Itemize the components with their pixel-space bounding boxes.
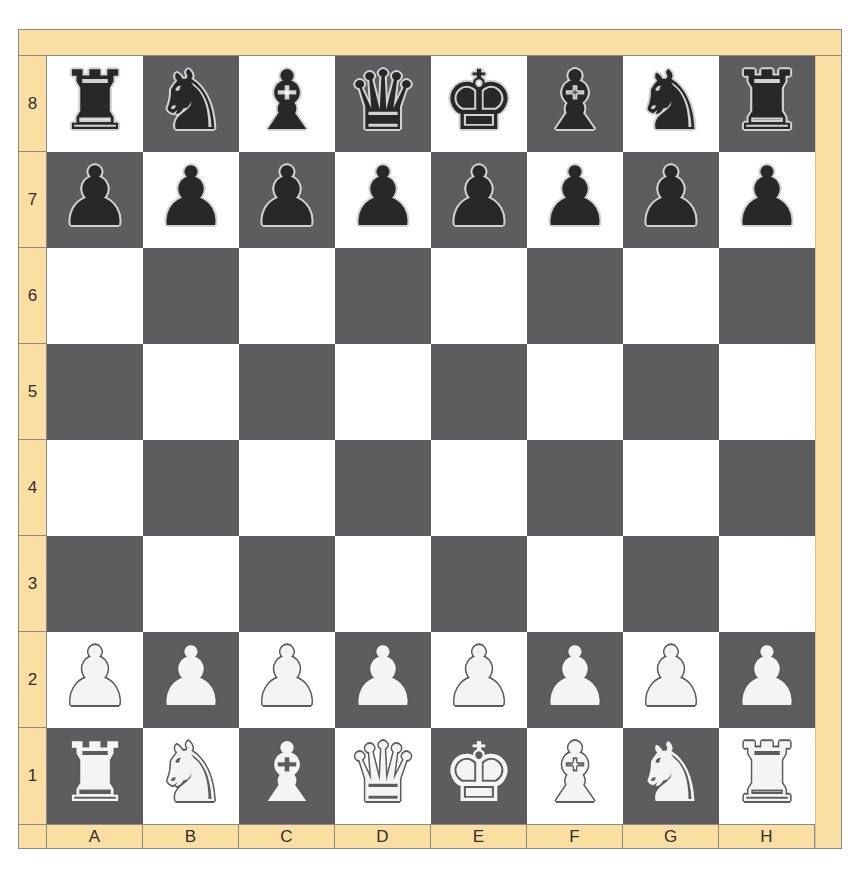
square-e3[interactable] (431, 536, 527, 632)
rank-label-6: 6 (19, 248, 46, 344)
black-knight-g8[interactable]: ♞ (623, 56, 719, 152)
square-a6[interactable] (47, 248, 143, 344)
square-c3[interactable] (239, 536, 335, 632)
rank-label-7: 7 (19, 152, 46, 248)
black-bishop-f8[interactable]: ♝ (527, 56, 623, 152)
file-label-c: C (239, 825, 335, 848)
file-labels: ABCDEFGH (47, 824, 815, 848)
square-a1[interactable]: ♜ (47, 728, 143, 824)
black-pawn-d7[interactable]: ♟ (335, 152, 431, 248)
white-rook-h1[interactable]: ♜ (719, 728, 815, 824)
square-d3[interactable] (335, 536, 431, 632)
square-g7[interactable]: ♟ (623, 152, 719, 248)
square-d5[interactable] (335, 344, 431, 440)
square-h2[interactable]: ♟ (719, 632, 815, 728)
square-h1[interactable]: ♜ (719, 728, 815, 824)
black-rook-h8[interactable]: ♜ (719, 56, 815, 152)
file-label-e: E (431, 825, 527, 848)
square-b4[interactable] (143, 440, 239, 536)
square-g2[interactable]: ♟ (623, 632, 719, 728)
rank-label-4: 4 (19, 440, 46, 536)
square-e2[interactable]: ♟ (431, 632, 527, 728)
file-label-g: G (623, 825, 719, 848)
square-f6[interactable] (527, 248, 623, 344)
black-pawn-h7[interactable]: ♟ (719, 152, 815, 248)
square-g6[interactable] (623, 248, 719, 344)
square-a8[interactable]: ♜ (47, 56, 143, 152)
square-e5[interactable] (431, 344, 527, 440)
square-c7[interactable]: ♟ (239, 152, 335, 248)
file-label-d: D (335, 825, 431, 848)
square-f4[interactable] (527, 440, 623, 536)
black-pawn-c7[interactable]: ♟ (239, 152, 335, 248)
square-a5[interactable] (47, 344, 143, 440)
square-g4[interactable] (623, 440, 719, 536)
square-d2[interactable]: ♟ (335, 632, 431, 728)
square-c5[interactable] (239, 344, 335, 440)
square-b2[interactable]: ♟ (143, 632, 239, 728)
square-g8[interactable]: ♞ (623, 56, 719, 152)
white-pawn-b2[interactable]: ♟ (143, 632, 239, 728)
square-h4[interactable] (719, 440, 815, 536)
chess-app-window: 87654321 ♜♞♝♛♚♝♞♜♟♟♟♟♟♟♟♟♟♟♟♟♟♟♟♟♜♞♝♛♚♝♞… (0, 0, 859, 874)
board-frame: 87654321 ♜♞♝♛♚♝♞♜♟♟♟♟♟♟♟♟♟♟♟♟♟♟♟♟♜♞♝♛♚♝♞… (18, 29, 842, 849)
rank-label-5: 5 (19, 344, 46, 440)
white-pawn-f2[interactable]: ♟ (527, 632, 623, 728)
square-e7[interactable]: ♟ (431, 152, 527, 248)
white-knight-b1[interactable]: ♞ (143, 728, 239, 824)
file-label-b: B (143, 825, 239, 848)
square-g5[interactable] (623, 344, 719, 440)
rank-label-2: 2 (19, 632, 46, 728)
white-bishop-c1[interactable]: ♝ (239, 728, 335, 824)
square-a7[interactable]: ♟ (47, 152, 143, 248)
white-bishop-f1[interactable]: ♝ (527, 728, 623, 824)
white-pawn-h2[interactable]: ♟ (719, 632, 815, 728)
square-f8[interactable]: ♝ (527, 56, 623, 152)
square-e8[interactable]: ♚ (431, 56, 527, 152)
black-pawn-e7[interactable]: ♟ (431, 152, 527, 248)
square-c8[interactable]: ♝ (239, 56, 335, 152)
square-d8[interactable]: ♛ (335, 56, 431, 152)
black-pawn-g7[interactable]: ♟ (623, 152, 719, 248)
square-b3[interactable] (143, 536, 239, 632)
chess-board: ♜♞♝♛♚♝♞♜♟♟♟♟♟♟♟♟♟♟♟♟♟♟♟♟♜♞♝♛♚♝♞♜ (47, 56, 815, 824)
square-c4[interactable] (239, 440, 335, 536)
square-d4[interactable] (335, 440, 431, 536)
square-e6[interactable] (431, 248, 527, 344)
white-pawn-c2[interactable]: ♟ (239, 632, 335, 728)
square-h3[interactable] (719, 536, 815, 632)
black-bishop-c8[interactable]: ♝ (239, 56, 335, 152)
square-h6[interactable] (719, 248, 815, 344)
square-h5[interactable] (719, 344, 815, 440)
square-d7[interactable]: ♟ (335, 152, 431, 248)
square-f1[interactable]: ♝ (527, 728, 623, 824)
square-d6[interactable] (335, 248, 431, 344)
square-g3[interactable] (623, 536, 719, 632)
square-b5[interactable] (143, 344, 239, 440)
square-f3[interactable] (527, 536, 623, 632)
white-knight-g1[interactable]: ♞ (623, 728, 719, 824)
white-pawn-d2[interactable]: ♟ (335, 632, 431, 728)
bottom-left-corner (19, 824, 47, 848)
square-b6[interactable] (143, 248, 239, 344)
square-c1[interactable]: ♝ (239, 728, 335, 824)
black-pawn-b7[interactable]: ♟ (143, 152, 239, 248)
square-e4[interactable] (431, 440, 527, 536)
square-a2[interactable]: ♟ (47, 632, 143, 728)
white-pawn-a2[interactable]: ♟ (47, 632, 143, 728)
square-b8[interactable]: ♞ (143, 56, 239, 152)
black-king-e8[interactable]: ♚ (431, 56, 527, 152)
file-label-h: H (719, 825, 815, 848)
square-c2[interactable]: ♟ (239, 632, 335, 728)
file-label-f: F (527, 825, 623, 848)
square-f5[interactable] (527, 344, 623, 440)
square-e1[interactable]: ♚ (431, 728, 527, 824)
square-a4[interactable] (47, 440, 143, 536)
top-border-strip (19, 30, 841, 56)
white-pawn-g2[interactable]: ♟ (623, 632, 719, 728)
square-f2[interactable]: ♟ (527, 632, 623, 728)
white-queen-d1[interactable]: ♛ (335, 728, 431, 824)
black-pawn-f7[interactable]: ♟ (527, 152, 623, 248)
black-pawn-a7[interactable]: ♟ (47, 152, 143, 248)
square-h8[interactable]: ♜ (719, 56, 815, 152)
white-king-e1[interactable]: ♚ (431, 728, 527, 824)
white-pawn-e2[interactable]: ♟ (431, 632, 527, 728)
white-rook-a1[interactable]: ♜ (47, 728, 143, 824)
square-a3[interactable] (47, 536, 143, 632)
rank-labels: 87654321 (19, 56, 47, 824)
square-f7[interactable]: ♟ (527, 152, 623, 248)
square-d1[interactable]: ♛ (335, 728, 431, 824)
right-border-strip (815, 56, 841, 848)
square-b7[interactable]: ♟ (143, 152, 239, 248)
rank-label-1: 1 (19, 728, 46, 824)
black-queen-d8[interactable]: ♛ (335, 56, 431, 152)
black-rook-a8[interactable]: ♜ (47, 56, 143, 152)
file-label-a: A (47, 825, 143, 848)
rank-label-3: 3 (19, 536, 46, 632)
square-b1[interactable]: ♞ (143, 728, 239, 824)
black-knight-b8[interactable]: ♞ (143, 56, 239, 152)
square-g1[interactable]: ♞ (623, 728, 719, 824)
square-c6[interactable] (239, 248, 335, 344)
rank-label-8: 8 (19, 56, 46, 152)
square-h7[interactable]: ♟ (719, 152, 815, 248)
